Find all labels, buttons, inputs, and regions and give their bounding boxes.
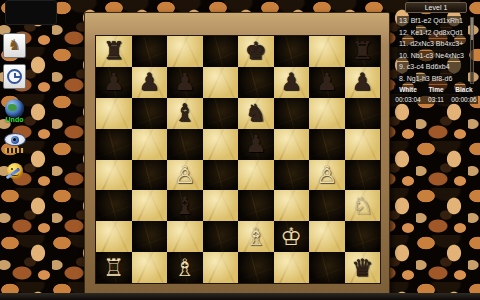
- square-b2[interactable]: [132, 221, 168, 252]
- square-a6[interactable]: [96, 98, 132, 129]
- square-g6[interactable]: [309, 98, 345, 129]
- clock-table: White Time Black 00:03:04 03:11 00:00:06: [392, 85, 480, 104]
- eye-icon: [4, 133, 26, 146]
- square-h4[interactable]: [345, 160, 381, 191]
- square-f3[interactable]: [274, 190, 310, 221]
- square-d6[interactable]: [203, 98, 239, 129]
- square-f5[interactable]: [274, 129, 310, 160]
- square-d7[interactable]: [203, 67, 239, 98]
- level-selector[interactable]: Level 1: [405, 2, 467, 13]
- square-e1[interactable]: [238, 252, 274, 283]
- square-b6[interactable]: [132, 98, 168, 129]
- pen-icon: [5, 167, 20, 179]
- black-king[interactable]: ♚: [245, 39, 267, 63]
- square-d8[interactable]: [203, 36, 239, 67]
- square-h1[interactable]: ♛: [345, 252, 381, 283]
- square-a2[interactable]: [96, 221, 132, 252]
- black-clock-label: Black: [450, 86, 478, 93]
- move-row[interactable]: 11. d2xNc3 Bb4xc3+: [397, 39, 468, 50]
- square-b7[interactable]: ♟: [132, 67, 168, 98]
- move-row[interactable]: 12. Ke1-f2 Qd8xQd1: [397, 28, 468, 39]
- black-clock-time: 00:00:06: [450, 96, 478, 103]
- clock-value-row: 00:03:04 03:11 00:00:06: [394, 95, 478, 104]
- square-c8[interactable]: [167, 36, 203, 67]
- square-d2[interactable]: [203, 221, 239, 252]
- square-c6[interactable]: ♝: [167, 98, 203, 129]
- black-pawn[interactable]: ♟: [351, 70, 373, 94]
- square-a5[interactable]: [96, 129, 132, 160]
- white-bishop[interactable]: ♗: [174, 256, 196, 280]
- square-g4[interactable]: ♙: [309, 160, 345, 191]
- square-a1[interactable]: ♖: [96, 252, 132, 283]
- square-e3[interactable]: [238, 190, 274, 221]
- square-c5[interactable]: [167, 129, 203, 160]
- square-f2[interactable]: ♔: [274, 221, 310, 252]
- square-c2[interactable]: [167, 221, 203, 252]
- square-g2[interactable]: [309, 221, 345, 252]
- square-a8[interactable]: ♜: [96, 36, 132, 67]
- black-pawn[interactable]: ♟: [174, 70, 196, 94]
- black-pawn[interactable]: ♟: [103, 70, 125, 94]
- square-a7[interactable]: ♟: [96, 67, 132, 98]
- square-d1[interactable]: [203, 252, 239, 283]
- black-queen[interactable]: ♛: [351, 256, 373, 280]
- black-pawn[interactable]: ♟: [245, 132, 267, 156]
- square-b1[interactable]: [132, 252, 168, 283]
- mini-chessboard-icon: [5, 148, 24, 153]
- square-e4[interactable]: [238, 160, 274, 191]
- square-h7[interactable]: ♟: [345, 67, 381, 98]
- move-row[interactable]: 8. Ng1-h3 Bf8-d6: [397, 74, 468, 85]
- square-h6[interactable]: [345, 98, 381, 129]
- square-f6[interactable]: [274, 98, 310, 129]
- white-clock-time: 00:03:04: [394, 96, 422, 103]
- square-b4[interactable]: [132, 160, 168, 191]
- square-d4[interactable]: [203, 160, 239, 191]
- square-a3[interactable]: [96, 190, 132, 221]
- square-e5[interactable]: ♟: [238, 129, 274, 160]
- title-bar-fragment: [5, 0, 57, 25]
- undo-button-label: Undo: [2, 116, 27, 123]
- game-info-panel: Level 1 13. Bf1-e2 Qd1xRh112. Ke1-f2 Qd8…: [392, 0, 480, 113]
- move-row[interactable]: 9. c3-c4 Bd6xb4: [397, 62, 468, 73]
- square-d3[interactable]: [203, 190, 239, 221]
- square-h8[interactable]: ♜: [345, 36, 381, 67]
- square-f7[interactable]: ♟: [274, 67, 310, 98]
- square-h2[interactable]: [345, 221, 381, 252]
- black-pawn[interactable]: ♟: [316, 70, 338, 94]
- move-list[interactable]: 13. Bf1-e2 Qd1xRh112. Ke1-f2 Qd8xQd111. …: [392, 16, 480, 84]
- move-list-scrollbar[interactable]: [470, 17, 474, 84]
- black-bishop[interactable]: ♝: [174, 194, 196, 218]
- move-row[interactable]: 10. Nb1-c3 Ne4xNc3: [397, 51, 468, 62]
- white-bishop[interactable]: ♗: [245, 225, 267, 249]
- square-f4[interactable]: [274, 160, 310, 191]
- undo-button[interactable]: Undo: [2, 95, 27, 122]
- black-bishop[interactable]: ♝: [174, 101, 196, 125]
- square-e7[interactable]: [238, 67, 274, 98]
- clock-button[interactable]: [2, 63, 27, 90]
- square-b8[interactable]: [132, 36, 168, 67]
- square-c1[interactable]: ♗: [167, 252, 203, 283]
- hint-button[interactable]: [2, 157, 27, 184]
- square-g5[interactable]: [309, 129, 345, 160]
- move-row[interactable]: 13. Bf1-e2 Qd1xRh1: [397, 16, 468, 27]
- square-g3[interactable]: [309, 190, 345, 221]
- move-clock-time: 03:11: [422, 96, 450, 103]
- button-panel: [3, 64, 26, 89]
- white-clock-label: White: [394, 86, 422, 93]
- black-rook[interactable]: ♜: [351, 39, 373, 63]
- square-b3[interactable]: [132, 190, 168, 221]
- bottom-strip: [0, 293, 480, 300]
- square-e8[interactable]: ♚: [238, 36, 274, 67]
- square-e6[interactable]: ♞: [238, 98, 274, 129]
- white-rook[interactable]: ♖: [103, 256, 125, 280]
- view-button[interactable]: [2, 126, 27, 153]
- chess-board-frame: ♜♚♜♟♟♟♟♟♟♝♞♟♙♙♝♘♗♔♖♗♛: [84, 12, 390, 295]
- button-panel: ♞: [3, 33, 26, 58]
- white-king[interactable]: ♔: [280, 225, 302, 249]
- black-knight[interactable]: ♞: [245, 101, 267, 125]
- square-g7[interactable]: ♟: [309, 67, 345, 98]
- square-f8[interactable]: [274, 36, 310, 67]
- square-g1[interactable]: [309, 252, 345, 283]
- square-g8[interactable]: [309, 36, 345, 67]
- white-pawn[interactable]: ♙: [174, 163, 196, 187]
- square-c3[interactable]: ♝: [167, 190, 203, 221]
- square-h5[interactable]: [345, 129, 381, 160]
- square-h3[interactable]: ♘: [345, 190, 381, 221]
- square-d5[interactable]: [203, 129, 239, 160]
- chess-piece-icon: ♞: [8, 38, 21, 53]
- square-c4[interactable]: ♙: [167, 160, 203, 191]
- square-f1[interactable]: [274, 252, 310, 283]
- new-game-button[interactable]: ♞: [2, 32, 27, 59]
- black-rook[interactable]: ♜: [103, 39, 125, 63]
- scrollbar-thumb[interactable]: [471, 18, 473, 40]
- smiley-pen-icon: [7, 163, 23, 179]
- square-e2[interactable]: ♗: [238, 221, 274, 252]
- black-pawn[interactable]: ♟: [280, 70, 302, 94]
- square-c7[interactable]: ♟: [167, 67, 203, 98]
- white-pawn[interactable]: ♙: [316, 163, 338, 187]
- white-knight[interactable]: ♘: [351, 194, 373, 218]
- clock-header-row: White Time Black: [394, 85, 478, 94]
- square-b5[interactable]: [132, 129, 168, 160]
- black-pawn[interactable]: ♟: [138, 70, 160, 94]
- clock-icon: [7, 69, 22, 84]
- square-a4[interactable]: [96, 160, 132, 191]
- time-clock-label: Time: [422, 86, 450, 93]
- chess-board: ♜♚♜♟♟♟♟♟♟♝♞♟♙♙♝♘♗♔♖♗♛: [95, 35, 381, 284]
